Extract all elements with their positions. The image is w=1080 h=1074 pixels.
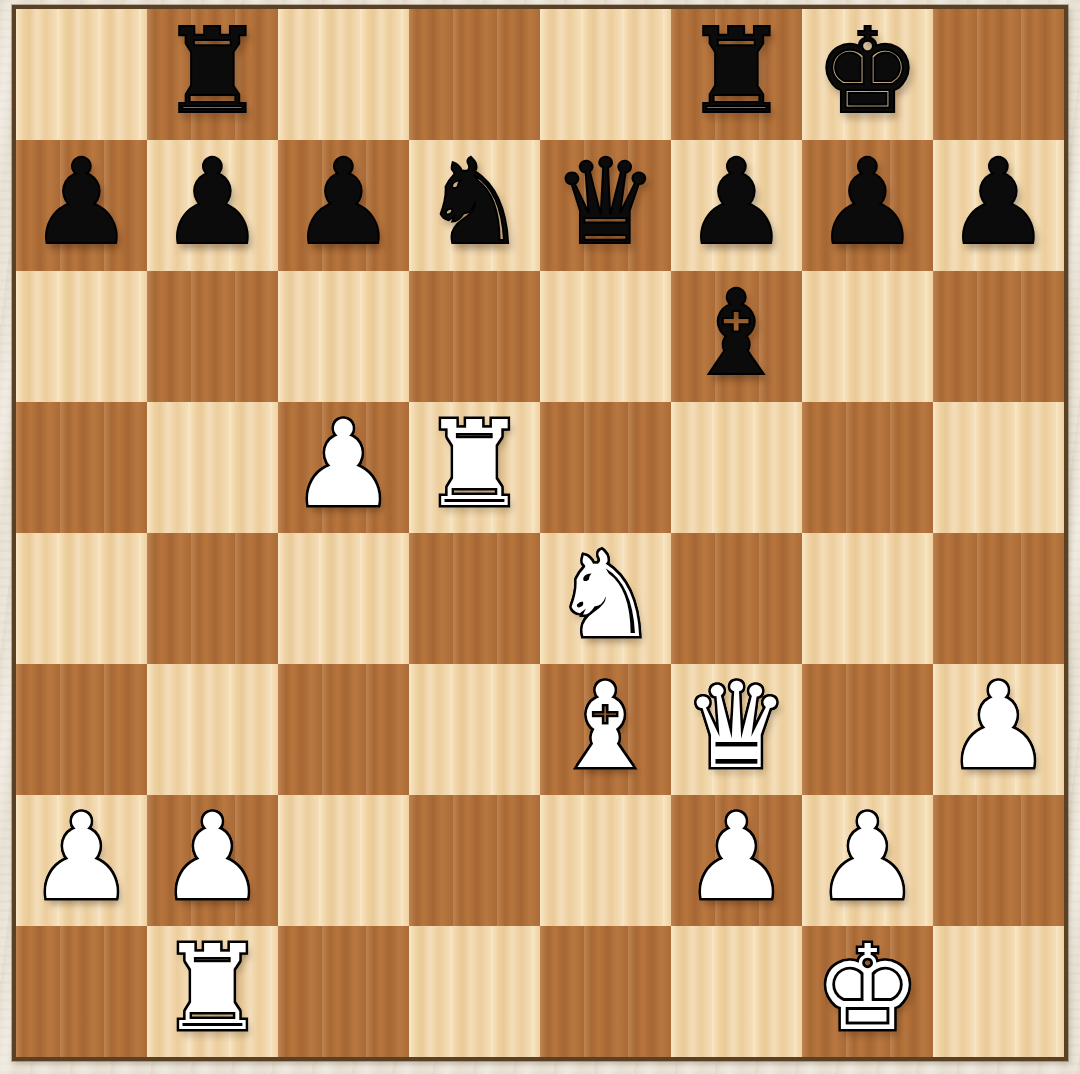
chess-board-frame: ♜♜♚♟♟♟♞♛♟♟♟♝♟♜♞♝♛♟♟♟♟♟♜♚: [12, 5, 1068, 1061]
square-g6[interactable]: [802, 271, 933, 402]
black-pawn[interactable]: ♟: [291, 143, 397, 261]
square-e2[interactable]: [540, 795, 671, 926]
black-rook[interactable]: ♜: [684, 12, 790, 130]
square-b5[interactable]: [147, 402, 278, 533]
square-g8[interactable]: ♚: [802, 9, 933, 140]
black-queen[interactable]: ♛: [553, 143, 659, 261]
square-f8[interactable]: ♜: [671, 9, 802, 140]
square-a5[interactable]: [16, 402, 147, 533]
square-h1[interactable]: [933, 926, 1064, 1057]
square-c6[interactable]: [278, 271, 409, 402]
square-h5[interactable]: [933, 402, 1064, 533]
square-c7[interactable]: ♟: [278, 140, 409, 271]
white-pawn[interactable]: ♟: [684, 798, 790, 916]
square-f6[interactable]: ♝: [671, 271, 802, 402]
black-knight[interactable]: ♞: [422, 143, 528, 261]
square-h2[interactable]: [933, 795, 1064, 926]
square-b1[interactable]: ♜: [147, 926, 278, 1057]
square-a7[interactable]: ♟: [16, 140, 147, 271]
square-a3[interactable]: [16, 664, 147, 795]
white-knight[interactable]: ♞: [553, 536, 659, 654]
black-rook[interactable]: ♜: [160, 12, 266, 130]
square-d4[interactable]: [409, 533, 540, 664]
black-pawn[interactable]: ♟: [160, 143, 266, 261]
white-queen[interactable]: ♛: [684, 667, 790, 785]
square-c2[interactable]: [278, 795, 409, 926]
square-g1[interactable]: ♚: [802, 926, 933, 1057]
square-g7[interactable]: ♟: [802, 140, 933, 271]
square-b7[interactable]: ♟: [147, 140, 278, 271]
white-pawn[interactable]: ♟: [815, 798, 921, 916]
square-c1[interactable]: [278, 926, 409, 1057]
square-f2[interactable]: ♟: [671, 795, 802, 926]
square-a1[interactable]: [16, 926, 147, 1057]
square-f3[interactable]: ♛: [671, 664, 802, 795]
square-c3[interactable]: [278, 664, 409, 795]
white-pawn[interactable]: ♟: [291, 405, 397, 523]
square-d6[interactable]: [409, 271, 540, 402]
black-bishop[interactable]: ♝: [684, 274, 790, 392]
black-pawn[interactable]: ♟: [684, 143, 790, 261]
square-b8[interactable]: ♜: [147, 9, 278, 140]
square-d8[interactable]: [409, 9, 540, 140]
square-c8[interactable]: [278, 9, 409, 140]
square-f4[interactable]: [671, 533, 802, 664]
white-rook[interactable]: ♜: [160, 929, 266, 1047]
square-g4[interactable]: [802, 533, 933, 664]
square-g3[interactable]: [802, 664, 933, 795]
square-e8[interactable]: [540, 9, 671, 140]
square-h7[interactable]: ♟: [933, 140, 1064, 271]
square-e4[interactable]: ♞: [540, 533, 671, 664]
square-e7[interactable]: ♛: [540, 140, 671, 271]
white-king[interactable]: ♚: [815, 929, 921, 1047]
square-e1[interactable]: [540, 926, 671, 1057]
square-g2[interactable]: ♟: [802, 795, 933, 926]
square-e6[interactable]: [540, 271, 671, 402]
white-pawn[interactable]: ♟: [160, 798, 266, 916]
square-b2[interactable]: ♟: [147, 795, 278, 926]
square-h8[interactable]: [933, 9, 1064, 140]
black-king[interactable]: ♚: [815, 12, 921, 130]
white-pawn[interactable]: ♟: [946, 667, 1052, 785]
square-c5[interactable]: ♟: [278, 402, 409, 533]
white-rook[interactable]: ♜: [422, 405, 528, 523]
square-b4[interactable]: [147, 533, 278, 664]
square-a8[interactable]: [16, 9, 147, 140]
square-h6[interactable]: [933, 271, 1064, 402]
square-b6[interactable]: [147, 271, 278, 402]
square-b3[interactable]: [147, 664, 278, 795]
square-d3[interactable]: [409, 664, 540, 795]
black-pawn[interactable]: ♟: [29, 143, 135, 261]
square-a2[interactable]: ♟: [16, 795, 147, 926]
black-pawn[interactable]: ♟: [946, 143, 1052, 261]
square-d5[interactable]: ♜: [409, 402, 540, 533]
square-f7[interactable]: ♟: [671, 140, 802, 271]
chess-board: ♜♜♚♟♟♟♞♛♟♟♟♝♟♜♞♝♛♟♟♟♟♟♜♚: [16, 9, 1064, 1057]
white-bishop[interactable]: ♝: [553, 667, 659, 785]
square-f5[interactable]: [671, 402, 802, 533]
square-f1[interactable]: [671, 926, 802, 1057]
black-pawn[interactable]: ♟: [815, 143, 921, 261]
square-a6[interactable]: [16, 271, 147, 402]
square-d1[interactable]: [409, 926, 540, 1057]
square-d2[interactable]: [409, 795, 540, 926]
square-h4[interactable]: [933, 533, 1064, 664]
square-d7[interactable]: ♞: [409, 140, 540, 271]
square-g5[interactable]: [802, 402, 933, 533]
white-pawn[interactable]: ♟: [29, 798, 135, 916]
square-e3[interactable]: ♝: [540, 664, 671, 795]
square-e5[interactable]: [540, 402, 671, 533]
square-a4[interactable]: [16, 533, 147, 664]
square-h3[interactable]: ♟: [933, 664, 1064, 795]
square-c4[interactable]: [278, 533, 409, 664]
